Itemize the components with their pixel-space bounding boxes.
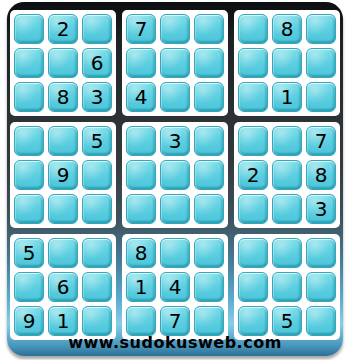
sudoku-cell[interactable] <box>194 126 224 156</box>
sudoku-cell[interactable]: 4 <box>126 82 156 112</box>
sudoku-cell[interactable]: 6 <box>82 48 112 78</box>
sudoku-cell[interactable] <box>126 194 156 224</box>
sudoku-box-middle-right: 7283 <box>234 122 340 228</box>
sudoku-cell[interactable] <box>306 82 336 112</box>
sudoku-cell[interactable] <box>48 126 78 156</box>
site-url: www.sudokusweb.com <box>7 333 343 352</box>
sudoku-cell[interactable]: 7 <box>126 14 156 44</box>
sudoku-cell[interactable]: 3 <box>82 82 112 112</box>
sudoku-board: 2683 74 81 59 3 7283 5691 8147 5 <box>10 10 340 340</box>
sudoku-cell[interactable]: 5 <box>272 306 302 336</box>
page: 2683 74 81 59 3 7283 5691 8147 5 www.sud… <box>0 0 350 360</box>
sudoku-cell[interactable] <box>272 194 302 224</box>
sudoku-cell[interactable] <box>194 48 224 78</box>
sudoku-cell[interactable] <box>306 238 336 268</box>
sudoku-cell[interactable] <box>82 272 112 302</box>
sudoku-cell[interactable]: 8 <box>126 238 156 268</box>
sudoku-box-top-right: 81 <box>234 10 340 116</box>
sudoku-cell[interactable] <box>82 160 112 190</box>
sudoku-cell[interactable]: 4 <box>160 272 190 302</box>
sudoku-cell[interactable]: 9 <box>14 306 44 336</box>
sudoku-cell[interactable]: 3 <box>160 126 190 156</box>
sudoku-cell[interactable] <box>160 160 190 190</box>
sudoku-cell[interactable] <box>82 238 112 268</box>
sudoku-cell[interactable] <box>272 126 302 156</box>
sudoku-cell[interactable] <box>160 194 190 224</box>
sudoku-cell[interactable] <box>14 160 44 190</box>
sudoku-box-middle-left: 59 <box>10 122 116 228</box>
sudoku-cell[interactable] <box>238 14 268 44</box>
sudoku-cell[interactable] <box>14 272 44 302</box>
sudoku-cell[interactable]: 7 <box>306 126 336 156</box>
sudoku-cell[interactable]: 3 <box>306 194 336 224</box>
sudoku-cell[interactable] <box>14 14 44 44</box>
sudoku-box-bottom-right: 5 <box>234 234 340 340</box>
sudoku-cell[interactable] <box>194 14 224 44</box>
sudoku-cell[interactable] <box>238 306 268 336</box>
sudoku-cell[interactable] <box>272 48 302 78</box>
sudoku-cell[interactable] <box>160 14 190 44</box>
sudoku-cell[interactable] <box>194 160 224 190</box>
sudoku-cell[interactable] <box>194 306 224 336</box>
sudoku-cell[interactable]: 5 <box>82 126 112 156</box>
sudoku-cell[interactable]: 7 <box>160 306 190 336</box>
sudoku-cell[interactable] <box>126 306 156 336</box>
sudoku-cell[interactable] <box>14 48 44 78</box>
sudoku-cell[interactable]: 1 <box>272 82 302 112</box>
sudoku-cell[interactable] <box>238 82 268 112</box>
sudoku-cell[interactable]: 1 <box>48 306 78 336</box>
sudoku-cell[interactable]: 2 <box>48 14 78 44</box>
sudoku-cell[interactable] <box>48 194 78 224</box>
sudoku-cell[interactable] <box>272 160 302 190</box>
sudoku-cell[interactable] <box>272 272 302 302</box>
sudoku-cell[interactable] <box>82 306 112 336</box>
sudoku-box-bottom-left: 5691 <box>10 234 116 340</box>
sudoku-cell[interactable] <box>306 48 336 78</box>
sudoku-cell[interactable] <box>306 14 336 44</box>
sudoku-box-top-center: 74 <box>122 10 228 116</box>
sudoku-cell[interactable] <box>48 48 78 78</box>
sudoku-cell[interactable] <box>306 306 336 336</box>
sudoku-box-bottom-center: 8147 <box>122 234 228 340</box>
sudoku-cell[interactable] <box>48 238 78 268</box>
sudoku-cell[interactable] <box>14 194 44 224</box>
sudoku-cell[interactable] <box>126 48 156 78</box>
sudoku-cell[interactable] <box>238 194 268 224</box>
sudoku-cell[interactable] <box>126 160 156 190</box>
sudoku-box-middle-center: 3 <box>122 122 228 228</box>
sudoku-cell[interactable] <box>160 48 190 78</box>
sudoku-cell[interactable] <box>306 272 336 302</box>
sudoku-frame: 2683 74 81 59 3 7283 5691 8147 5 www.sud… <box>7 2 343 356</box>
sudoku-cell[interactable] <box>238 126 268 156</box>
sudoku-cell[interactable]: 9 <box>48 160 78 190</box>
sudoku-cell[interactable]: 2 <box>238 160 268 190</box>
sudoku-cell[interactable] <box>14 82 44 112</box>
sudoku-cell[interactable] <box>160 82 190 112</box>
sudoku-cell[interactable]: 8 <box>48 82 78 112</box>
sudoku-cell[interactable] <box>82 14 112 44</box>
sudoku-cell[interactable]: 8 <box>272 14 302 44</box>
sudoku-cell[interactable] <box>194 238 224 268</box>
sudoku-cell[interactable] <box>272 238 302 268</box>
sudoku-cell[interactable] <box>14 126 44 156</box>
sudoku-cell[interactable]: 8 <box>306 160 336 190</box>
sudoku-cell[interactable] <box>194 82 224 112</box>
sudoku-cell[interactable] <box>160 238 190 268</box>
sudoku-cell[interactable] <box>194 194 224 224</box>
sudoku-cell[interactable] <box>238 48 268 78</box>
sudoku-box-top-left: 2683 <box>10 10 116 116</box>
sudoku-cell[interactable]: 1 <box>126 272 156 302</box>
sudoku-cell[interactable] <box>194 272 224 302</box>
sudoku-cell[interactable] <box>238 238 268 268</box>
sudoku-cell[interactable] <box>82 194 112 224</box>
sudoku-cell[interactable]: 6 <box>48 272 78 302</box>
sudoku-cell[interactable] <box>126 126 156 156</box>
sudoku-cell[interactable]: 5 <box>14 238 44 268</box>
sudoku-cell[interactable] <box>238 272 268 302</box>
